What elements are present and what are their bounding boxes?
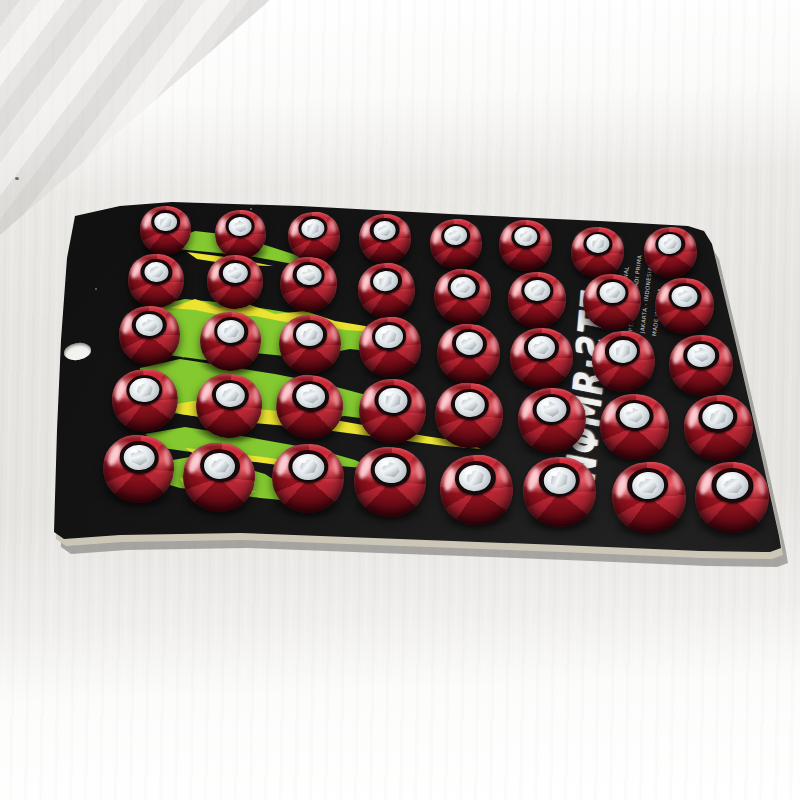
bolt <box>498 219 552 271</box>
bolt <box>682 393 755 464</box>
bolt-head-silver <box>228 216 251 236</box>
head-glint <box>550 471 557 476</box>
head-glint <box>462 335 468 340</box>
bolt <box>589 328 658 395</box>
bolt <box>101 433 176 505</box>
bolt <box>206 254 263 309</box>
bolt <box>110 367 180 434</box>
head-glint <box>302 267 308 271</box>
head-glint <box>378 274 384 278</box>
head-glint <box>591 237 596 241</box>
head-glint <box>303 387 310 392</box>
bolt <box>356 260 418 320</box>
head-glint <box>142 317 148 321</box>
bolt <box>569 226 624 279</box>
bolt <box>358 213 412 265</box>
bolt <box>278 255 338 313</box>
bolt <box>273 372 346 443</box>
bolt <box>510 328 573 389</box>
bolt <box>610 459 689 535</box>
bolt <box>523 456 597 527</box>
bolt <box>668 335 733 398</box>
head-glint <box>519 230 524 234</box>
bolt <box>516 386 587 454</box>
dust-speck <box>15 177 19 180</box>
bolt <box>140 205 192 255</box>
bolt <box>194 371 265 440</box>
bolt-head-silver <box>155 212 178 231</box>
bolt <box>352 445 428 519</box>
head-glint <box>605 285 611 289</box>
bolt-head-silver <box>373 220 397 240</box>
bolt <box>119 305 181 365</box>
bolt <box>654 276 716 335</box>
bolt <box>279 315 341 375</box>
bolt <box>356 314 423 379</box>
bolt <box>271 443 345 514</box>
bolt <box>199 311 262 372</box>
bolt <box>599 392 671 461</box>
bolt-head-silver <box>543 467 576 494</box>
bolt <box>507 271 567 328</box>
bolt <box>432 380 505 450</box>
bolt <box>127 252 186 309</box>
bolt-head-silver <box>222 262 247 283</box>
head-glint <box>160 215 165 218</box>
head-glint <box>543 401 550 406</box>
head-glint <box>228 266 234 270</box>
bolt <box>358 377 428 444</box>
bolt <box>642 224 699 279</box>
head-glint <box>708 409 715 414</box>
bolt <box>435 321 503 387</box>
bolt <box>286 210 341 263</box>
bolt <box>213 209 267 261</box>
bolt <box>694 461 771 535</box>
bolt <box>427 216 484 271</box>
head-glint <box>378 224 383 228</box>
bolt <box>581 273 642 332</box>
head-glint <box>223 324 229 328</box>
bolt <box>180 440 257 515</box>
bolt <box>437 451 516 527</box>
product-photo: ORIGINALPT. KALIUM ABADI PRIMAJAKARTA - … <box>0 0 800 800</box>
head-glint <box>385 391 392 396</box>
bolt-head-silver <box>687 343 715 367</box>
bolt <box>432 267 493 326</box>
head-glint <box>678 289 684 293</box>
